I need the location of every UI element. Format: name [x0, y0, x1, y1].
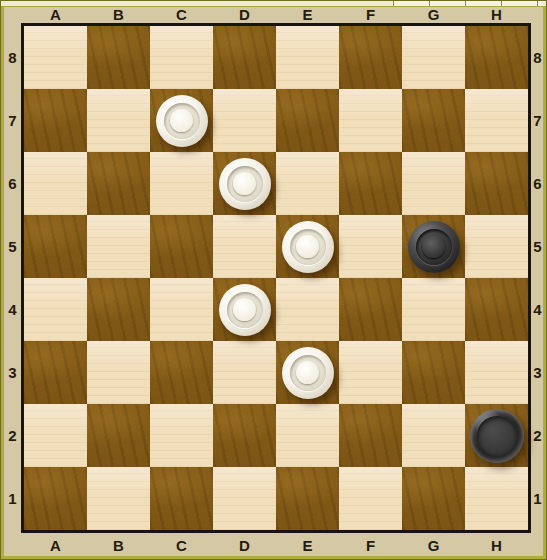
- rank-label-6: 6: [4, 152, 21, 215]
- square-e7[interactable]: [276, 89, 339, 152]
- piece-core: [296, 361, 319, 384]
- rank-label-8: 8: [4, 26, 21, 89]
- square-a8[interactable]: [24, 26, 87, 89]
- piece-ring: [290, 355, 326, 391]
- square-e6[interactable]: [276, 152, 339, 215]
- file-label-b: B: [87, 533, 150, 557]
- file-label-c: C: [150, 5, 213, 23]
- square-h5[interactable]: [465, 215, 528, 278]
- square-f8[interactable]: [339, 26, 402, 89]
- file-label-g: G: [402, 533, 465, 557]
- square-f2[interactable]: [339, 404, 402, 467]
- square-a7[interactable]: [24, 89, 87, 152]
- file-labels-top: ABCDEFGH: [24, 5, 528, 23]
- file-label-f: F: [339, 533, 402, 557]
- rank-label-6: 6: [529, 152, 546, 215]
- square-f3[interactable]: [339, 341, 402, 404]
- square-f1[interactable]: [339, 467, 402, 530]
- piece-core: [422, 235, 445, 258]
- white-checker-piece[interactable]: [219, 158, 271, 210]
- file-label-f: F: [339, 5, 402, 23]
- white-checker-piece[interactable]: [282, 347, 334, 399]
- rank-label-5: 5: [4, 215, 21, 278]
- checkers-board-window: ABCDEFGH 87654321 87654321 ABCDEFGH: [0, 0, 547, 560]
- file-label-h: H: [465, 5, 528, 23]
- square-a4[interactable]: [24, 278, 87, 341]
- square-b7[interactable]: [87, 89, 150, 152]
- square-f7[interactable]: [339, 89, 402, 152]
- rank-label-7: 7: [529, 89, 546, 152]
- square-h6[interactable]: [465, 152, 528, 215]
- square-g6[interactable]: [402, 152, 465, 215]
- square-g8[interactable]: [402, 26, 465, 89]
- square-a5[interactable]: [24, 215, 87, 278]
- square-c8[interactable]: [150, 26, 213, 89]
- square-d7[interactable]: [213, 89, 276, 152]
- piece-ring: [227, 292, 263, 328]
- square-d6[interactable]: [213, 152, 276, 215]
- square-e2[interactable]: [276, 404, 339, 467]
- square-b1[interactable]: [87, 467, 150, 530]
- square-h2[interactable]: [465, 404, 528, 467]
- square-c1[interactable]: [150, 467, 213, 530]
- square-h1[interactable]: [465, 467, 528, 530]
- piece-top: [477, 416, 517, 456]
- square-f6[interactable]: [339, 152, 402, 215]
- white-checker-piece[interactable]: [219, 284, 271, 336]
- rank-labels-left: 87654321: [4, 26, 21, 530]
- piece-core: [233, 172, 256, 195]
- rank-label-5: 5: [529, 215, 546, 278]
- square-b2[interactable]: [87, 404, 150, 467]
- square-c5[interactable]: [150, 215, 213, 278]
- square-e4[interactable]: [276, 278, 339, 341]
- file-label-h: H: [465, 533, 528, 557]
- square-b5[interactable]: [87, 215, 150, 278]
- file-label-a: A: [24, 533, 87, 557]
- square-g2[interactable]: [402, 404, 465, 467]
- square-c2[interactable]: [150, 404, 213, 467]
- square-e1[interactable]: [276, 467, 339, 530]
- square-c7[interactable]: [150, 89, 213, 152]
- rank-labels-right: 87654321: [529, 26, 546, 530]
- square-f5[interactable]: [339, 215, 402, 278]
- file-label-b: B: [87, 5, 150, 23]
- square-g3[interactable]: [402, 341, 465, 404]
- file-label-d: D: [213, 5, 276, 23]
- square-h3[interactable]: [465, 341, 528, 404]
- square-g1[interactable]: [402, 467, 465, 530]
- square-c3[interactable]: [150, 341, 213, 404]
- square-b8[interactable]: [87, 26, 150, 89]
- rank-label-2: 2: [529, 404, 546, 467]
- piece-core: [170, 109, 193, 132]
- file-label-d: D: [213, 533, 276, 557]
- square-f4[interactable]: [339, 278, 402, 341]
- square-e3[interactable]: [276, 341, 339, 404]
- square-a3[interactable]: [24, 341, 87, 404]
- file-label-a: A: [24, 5, 87, 23]
- checkers-board: [21, 23, 531, 533]
- square-a6[interactable]: [24, 152, 87, 215]
- rank-label-4: 4: [529, 278, 546, 341]
- square-b4[interactable]: [87, 278, 150, 341]
- square-h4[interactable]: [465, 278, 528, 341]
- rank-label-7: 7: [4, 89, 21, 152]
- rank-label-2: 2: [4, 404, 21, 467]
- rank-label-3: 3: [4, 341, 21, 404]
- square-g4[interactable]: [402, 278, 465, 341]
- rank-label-1: 1: [529, 467, 546, 530]
- file-labels-bottom: ABCDEFGH: [24, 533, 528, 557]
- piece-ring: [164, 103, 200, 139]
- square-d1[interactable]: [213, 467, 276, 530]
- rank-label-3: 3: [529, 341, 546, 404]
- square-b6[interactable]: [87, 152, 150, 215]
- file-label-c: C: [150, 533, 213, 557]
- square-d2[interactable]: [213, 404, 276, 467]
- white-checker-piece[interactable]: [156, 95, 208, 147]
- square-h7[interactable]: [465, 89, 528, 152]
- square-d8[interactable]: [213, 26, 276, 89]
- piece-ring: [290, 229, 326, 265]
- file-label-e: E: [276, 5, 339, 23]
- white-checker-piece[interactable]: [282, 221, 334, 273]
- rank-label-4: 4: [4, 278, 21, 341]
- square-g5[interactable]: [402, 215, 465, 278]
- piece-ring: [227, 166, 263, 202]
- square-e5[interactable]: [276, 215, 339, 278]
- file-label-g: G: [402, 5, 465, 23]
- square-a2[interactable]: [24, 404, 87, 467]
- square-c6[interactable]: [150, 152, 213, 215]
- rank-label-8: 8: [529, 26, 546, 89]
- square-d3[interactable]: [213, 341, 276, 404]
- piece-ring: [416, 229, 452, 265]
- file-label-e: E: [276, 533, 339, 557]
- square-c4[interactable]: [150, 278, 213, 341]
- square-h8[interactable]: [465, 26, 528, 89]
- square-d4[interactable]: [213, 278, 276, 341]
- rank-label-1: 1: [4, 467, 21, 530]
- square-g7[interactable]: [402, 89, 465, 152]
- square-b3[interactable]: [87, 341, 150, 404]
- square-a1[interactable]: [24, 467, 87, 530]
- black-checker-piece[interactable]: [470, 409, 524, 463]
- piece-core: [233, 298, 256, 321]
- black-checker-piece[interactable]: [408, 221, 460, 273]
- square-e8[interactable]: [276, 26, 339, 89]
- square-d5[interactable]: [213, 215, 276, 278]
- piece-core: [296, 235, 319, 258]
